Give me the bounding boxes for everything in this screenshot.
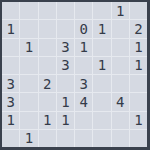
cell-r6c1[interactable]: 3	[2, 93, 19, 110]
cell-r7c7[interactable]	[112, 112, 129, 129]
clue-number: 1	[61, 113, 69, 127]
clue-number: 1	[98, 22, 106, 36]
cell-r7c1[interactable]: 1	[2, 112, 19, 129]
clue-number: 4	[79, 95, 87, 109]
cell-r3c7[interactable]	[112, 39, 129, 56]
cell-r5c7[interactable]	[112, 75, 129, 92]
cell-r2c1[interactable]: 1	[2, 20, 19, 37]
cell-r8c7[interactable]	[112, 130, 129, 147]
cell-r2c3[interactable]	[39, 20, 56, 37]
clue-number: 1	[116, 4, 124, 18]
cell-r1c1[interactable]	[2, 2, 19, 19]
cell-r4c5[interactable]	[75, 57, 92, 74]
clue-number: 1	[134, 58, 142, 72]
clue-number: 1	[134, 113, 142, 127]
cell-r8c3[interactable]	[39, 130, 56, 147]
cell-r5c6[interactable]	[93, 75, 110, 92]
cell-r8c5[interactable]	[75, 130, 92, 147]
cell-r6c7[interactable]: 4	[112, 93, 129, 110]
cell-r4c4[interactable]: 3	[57, 57, 74, 74]
cell-r5c4[interactable]	[57, 75, 74, 92]
cell-r1c8[interactable]	[130, 2, 147, 19]
cell-r1c4[interactable]	[57, 2, 74, 19]
cell-r1c5[interactable]	[75, 2, 92, 19]
cell-r4c6[interactable]: 1	[93, 57, 110, 74]
cell-r1c2[interactable]	[20, 2, 37, 19]
clue-number: 1	[6, 22, 14, 36]
cell-r5c3[interactable]: 2	[39, 75, 56, 92]
clue-number: 0	[79, 22, 87, 36]
cell-r4c7[interactable]	[112, 57, 129, 74]
cell-r7c8[interactable]: 1	[130, 112, 147, 129]
cell-r6c8[interactable]	[130, 93, 147, 110]
cell-r5c1[interactable]: 3	[2, 75, 19, 92]
cell-r1c3[interactable]	[39, 2, 56, 19]
clue-number: 1	[43, 113, 51, 127]
cell-r4c1[interactable]	[2, 57, 19, 74]
cell-r8c6[interactable]	[93, 130, 110, 147]
clue-number: 1	[98, 58, 106, 72]
puzzle-grid: 110121311311323314411111	[2, 2, 147, 147]
clue-number: 2	[134, 22, 142, 36]
cell-r6c3[interactable]	[39, 93, 56, 110]
cell-r2c6[interactable]: 1	[93, 20, 110, 37]
cell-r1c7[interactable]: 1	[112, 2, 129, 19]
cell-r8c8[interactable]	[130, 130, 147, 147]
cell-r6c2[interactable]	[20, 93, 37, 110]
cell-r3c3[interactable]	[39, 39, 56, 56]
clue-number: 1	[25, 131, 33, 145]
cell-r5c8[interactable]	[130, 75, 147, 92]
cell-r2c4[interactable]	[57, 20, 74, 37]
cell-r8c4[interactable]	[57, 130, 74, 147]
cell-r2c8[interactable]: 2	[130, 20, 147, 37]
clue-number: 1	[79, 40, 87, 54]
puzzle-board: 110121311311323314411111	[0, 0, 150, 150]
cell-r7c4[interactable]: 1	[57, 112, 74, 129]
clue-number: 3	[61, 40, 69, 54]
cell-r3c8[interactable]: 1	[130, 39, 147, 56]
cell-r3c4[interactable]: 3	[57, 39, 74, 56]
clue-number: 3	[6, 95, 14, 109]
cell-r7c5[interactable]	[75, 112, 92, 129]
cell-r6c4[interactable]: 1	[57, 93, 74, 110]
cell-r7c6[interactable]	[93, 112, 110, 129]
cell-r2c2[interactable]	[20, 20, 37, 37]
clue-number: 1	[25, 40, 33, 54]
cell-r4c2[interactable]	[20, 57, 37, 74]
clue-number: 3	[79, 77, 87, 91]
cell-r5c2[interactable]	[20, 75, 37, 92]
cell-r3c1[interactable]	[2, 39, 19, 56]
cell-r7c2[interactable]	[20, 112, 37, 129]
cell-r6c5[interactable]: 4	[75, 93, 92, 110]
clue-number: 1	[134, 40, 142, 54]
clue-number: 3	[61, 58, 69, 72]
cell-r3c2[interactable]: 1	[20, 39, 37, 56]
cell-r3c6[interactable]	[93, 39, 110, 56]
cell-r5c5[interactable]: 3	[75, 75, 92, 92]
cell-r2c7[interactable]	[112, 20, 129, 37]
cell-r1c6[interactable]	[93, 2, 110, 19]
cell-r2c5[interactable]: 0	[75, 20, 92, 37]
clue-number: 2	[43, 77, 51, 91]
clue-number: 4	[116, 95, 124, 109]
cell-r7c3[interactable]: 1	[39, 112, 56, 129]
cell-r3c5[interactable]: 1	[75, 39, 92, 56]
cell-r8c1[interactable]	[2, 130, 19, 147]
cell-r4c8[interactable]: 1	[130, 57, 147, 74]
cell-r6c6[interactable]	[93, 93, 110, 110]
cell-r4c3[interactable]	[39, 57, 56, 74]
clue-number: 1	[61, 95, 69, 109]
clue-number: 1	[6, 113, 14, 127]
cell-r8c2[interactable]: 1	[20, 130, 37, 147]
clue-number: 3	[6, 77, 14, 91]
